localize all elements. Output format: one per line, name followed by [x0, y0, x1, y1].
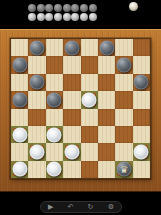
- square-r2c7[interactable]: [115, 56, 132, 73]
- square-r1c8[interactable]: [133, 39, 150, 56]
- undo-icon: ↶: [68, 203, 74, 211]
- dark-man[interactable]: [116, 58, 131, 73]
- captured-piece-disc: [28, 4, 36, 12]
- square-r3c8[interactable]: [133, 74, 150, 91]
- square-r6c2[interactable]: [28, 126, 45, 143]
- square-r6c1[interactable]: [11, 126, 28, 143]
- square-r8c8[interactable]: [133, 161, 150, 178]
- square-r3c3[interactable]: [46, 74, 63, 91]
- square-r5c7[interactable]: [115, 109, 132, 126]
- play-button[interactable]: ▶: [48, 204, 53, 211]
- captured-tray-row-2: [28, 12, 98, 21]
- square-r1c2[interactable]: [28, 39, 45, 56]
- captured-piece-disc: [28, 13, 36, 21]
- square-r7c8[interactable]: [133, 143, 150, 160]
- bottom-toolbar: ▶↶↻⚙: [40, 201, 122, 213]
- captured-piece-disc: [71, 13, 79, 21]
- square-r8c7[interactable]: ♛: [115, 161, 132, 178]
- square-r1c4[interactable]: [63, 39, 80, 56]
- square-r1c6[interactable]: [98, 39, 115, 56]
- square-r8c1[interactable]: [11, 161, 28, 178]
- square-r4c7[interactable]: [115, 91, 132, 108]
- light-man[interactable]: [47, 162, 62, 177]
- square-r5c3[interactable]: [46, 109, 63, 126]
- light-man[interactable]: [30, 144, 45, 159]
- dark-man[interactable]: [30, 40, 45, 55]
- square-r2c5[interactable]: [81, 56, 98, 73]
- square-r2c3[interactable]: [46, 56, 63, 73]
- dark-man[interactable]: [12, 58, 27, 73]
- captured-piece-disc: [80, 13, 88, 21]
- captured-piece-disc: [45, 4, 53, 12]
- dark-man[interactable]: [47, 92, 62, 107]
- square-r8c4[interactable]: [63, 161, 80, 178]
- king-crown-icon: ♛: [119, 164, 128, 174]
- redo-icon: ↻: [88, 203, 94, 211]
- square-r5c1[interactable]: [11, 109, 28, 126]
- captured-piece-disc: [45, 13, 53, 21]
- dark-man[interactable]: [134, 75, 149, 90]
- square-r8c3[interactable]: [46, 161, 63, 178]
- square-r6c3[interactable]: [46, 126, 63, 143]
- square-r6c5[interactable]: [81, 126, 98, 143]
- square-r3c6[interactable]: [98, 74, 115, 91]
- square-r4c5[interactable]: [81, 91, 98, 108]
- square-r2c6[interactable]: [98, 56, 115, 73]
- square-r4c6[interactable]: [98, 91, 115, 108]
- square-r5c8[interactable]: [133, 109, 150, 126]
- square-r1c5[interactable]: [81, 39, 98, 56]
- play-icon: ▶: [48, 203, 53, 211]
- square-r3c4[interactable]: [63, 74, 80, 91]
- captured-piece-disc: [54, 13, 62, 21]
- square-r5c5[interactable]: [81, 109, 98, 126]
- light-man[interactable]: [12, 127, 27, 142]
- square-r3c7[interactable]: [115, 74, 132, 91]
- captured-piece-disc: [63, 13, 71, 21]
- square-r6c6[interactable]: [98, 126, 115, 143]
- dark-man[interactable]: [64, 40, 79, 55]
- captured-tray-row-1: [28, 3, 98, 12]
- square-r8c5[interactable]: [81, 161, 98, 178]
- square-r6c4[interactable]: [63, 126, 80, 143]
- dark-king[interactable]: ♛: [116, 162, 131, 177]
- square-r1c7[interactable]: [115, 39, 132, 56]
- dark-man[interactable]: [30, 75, 45, 90]
- undo-button[interactable]: ↶: [68, 204, 74, 211]
- light-man[interactable]: [82, 92, 97, 107]
- square-r5c2[interactable]: [28, 109, 45, 126]
- square-r4c8[interactable]: [133, 91, 150, 108]
- captured-tray: [28, 3, 98, 21]
- checkers-app-screen: ♛ ▶↶↻⚙: [0, 0, 161, 215]
- turn-indicator-white-ball: [129, 2, 138, 11]
- square-r7c1[interactable]: [11, 143, 28, 160]
- board: ♛: [10, 38, 151, 179]
- light-man[interactable]: [134, 144, 149, 159]
- light-man[interactable]: [12, 162, 27, 177]
- square-r1c1[interactable]: [11, 39, 28, 56]
- square-r7c3[interactable]: [46, 143, 63, 160]
- captured-piece-disc: [89, 4, 97, 12]
- square-r2c8[interactable]: [133, 56, 150, 73]
- light-man[interactable]: [64, 144, 79, 159]
- square-r7c6[interactable]: [98, 143, 115, 160]
- settings-button[interactable]: ⚙: [108, 204, 114, 211]
- square-r2c4[interactable]: [63, 56, 80, 73]
- square-r3c2[interactable]: [28, 74, 45, 91]
- square-r5c4[interactable]: [63, 109, 80, 126]
- square-r7c4[interactable]: [63, 143, 80, 160]
- square-r4c3[interactable]: [46, 91, 63, 108]
- square-r7c2[interactable]: [28, 143, 45, 160]
- dark-man[interactable]: [12, 92, 27, 107]
- board-frame: ♛: [0, 29, 161, 192]
- square-r4c4[interactable]: [63, 91, 80, 108]
- square-r5c6[interactable]: [98, 109, 115, 126]
- square-r4c1[interactable]: [11, 91, 28, 108]
- square-r8c6[interactable]: [98, 161, 115, 178]
- square-r2c2[interactable]: [28, 56, 45, 73]
- square-r3c5[interactable]: [81, 74, 98, 91]
- square-r3c1[interactable]: [11, 74, 28, 91]
- square-r7c7[interactable]: [115, 143, 132, 160]
- captured-piece-disc: [89, 13, 97, 21]
- captured-piece-disc: [80, 4, 88, 12]
- redo-button[interactable]: ↻: [88, 204, 94, 211]
- square-r6c7[interactable]: [115, 126, 132, 143]
- square-r4c2[interactable]: [28, 91, 45, 108]
- captured-piece-disc: [63, 4, 71, 12]
- captured-piece-disc: [37, 13, 45, 21]
- light-man[interactable]: [47, 127, 62, 142]
- captured-piece-disc: [54, 4, 62, 12]
- dark-man[interactable]: [99, 40, 114, 55]
- square-r8c2[interactable]: [28, 161, 45, 178]
- square-r6c8[interactable]: [133, 126, 150, 143]
- captured-piece-disc: [37, 4, 45, 12]
- gear-icon: ⚙: [108, 203, 114, 211]
- square-r1c3[interactable]: [46, 39, 63, 56]
- square-r7c5[interactable]: [81, 143, 98, 160]
- square-r2c1[interactable]: [11, 56, 28, 73]
- captured-piece-disc: [71, 4, 79, 12]
